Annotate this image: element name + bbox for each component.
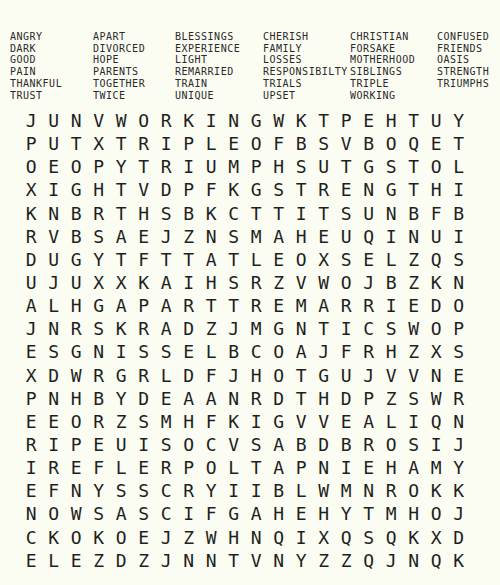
grid-cell-r4c2[interactable]: I (43, 178, 66, 201)
grid-cell-r14c11[interactable]: I (245, 410, 268, 433)
grid-cell-r17c18[interactable]: O (403, 479, 426, 502)
grid-cell-r17c2[interactable]: F (43, 479, 66, 502)
grid-cell-r1c8[interactable]: K (178, 109, 201, 132)
grid-cell-r20c6[interactable]: Z (133, 549, 156, 572)
grid-cell-r9c20[interactable]: O (448, 294, 471, 317)
grid-cell-r6c17[interactable]: I (380, 225, 403, 248)
grid-cell-r16c3[interactable]: E (65, 456, 88, 479)
grid-cell-r20c5[interactable]: D (110, 549, 133, 572)
grid-cell-r9c4[interactable]: G (88, 294, 111, 317)
grid-cell-r2c19[interactable]: E (425, 132, 448, 155)
grid-cell-r5c3[interactable]: B (65, 202, 88, 225)
grid-cell-r5c1[interactable]: K (20, 202, 43, 225)
grid-cell-r14c2[interactable]: E (43, 410, 66, 433)
grid-cell-r14c17[interactable]: L (380, 410, 403, 433)
grid-cell-r12c11[interactable]: H (245, 364, 268, 387)
grid-cell-r14c12[interactable]: G (268, 410, 291, 433)
grid-cell-r8c7[interactable]: A (155, 271, 178, 294)
grid-cell-r10c4[interactable]: S (88, 317, 111, 340)
grid-cell-r16c1[interactable]: I (20, 456, 43, 479)
grid-cell-r7c5[interactable]: T (110, 248, 133, 271)
grid-cell-r17c20[interactable]: K (448, 479, 471, 502)
grid-cell-r16c13[interactable]: P (290, 456, 313, 479)
grid-cell-r9c13[interactable]: M (290, 294, 313, 317)
grid-cell-r10c10[interactable]: J (223, 317, 246, 340)
grid-cell-r3c4[interactable]: P (88, 155, 111, 178)
grid-cell-r11c9[interactable]: L (200, 340, 223, 363)
grid-cell-r8c16[interactable]: J (358, 271, 381, 294)
grid-cell-r5c19[interactable]: F (425, 202, 448, 225)
grid-cell-r10c19[interactable]: O (425, 317, 448, 340)
grid-cell-r3c17[interactable]: S (380, 155, 403, 178)
grid-cell-r11c6[interactable]: S (133, 340, 156, 363)
grid-cell-r11c8[interactable]: E (178, 340, 201, 363)
grid-cell-r3c15[interactable]: T (335, 155, 358, 178)
grid-cell-r20c3[interactable]: E (65, 549, 88, 572)
grid-cell-r3c11[interactable]: P (245, 155, 268, 178)
grid-cell-r4c5[interactable]: T (110, 178, 133, 201)
grid-cell-r15c1[interactable]: R (20, 433, 43, 456)
grid-cell-r19c3[interactable]: O (65, 526, 88, 549)
grid-cell-r5c4[interactable]: R (88, 202, 111, 225)
grid-cell-r3c9[interactable]: U (200, 155, 223, 178)
grid-cell-r14c16[interactable]: A (358, 410, 381, 433)
grid-cell-r13c16[interactable]: P (358, 387, 381, 410)
grid-cell-r17c5[interactable]: S (110, 479, 133, 502)
grid-cell-r18c10[interactable]: G (223, 502, 246, 525)
grid-cell-r17c10[interactable]: I (223, 479, 246, 502)
grid-cell-r18c12[interactable]: H (268, 502, 291, 525)
grid-cell-r17c11[interactable]: I (245, 479, 268, 502)
grid-cell-r16c17[interactable]: H (380, 456, 403, 479)
grid-cell-r4c14[interactable]: R (313, 178, 336, 201)
grid-cell-r1c13[interactable]: K (290, 109, 313, 132)
grid-cell-r9c15[interactable]: R (335, 294, 358, 317)
grid-cell-r17c15[interactable]: M (335, 479, 358, 502)
grid-cell-r15c15[interactable]: B (335, 433, 358, 456)
grid-cell-r19c13[interactable]: I (290, 526, 313, 549)
grid-cell-r8c17[interactable]: B (380, 271, 403, 294)
grid-cell-r3c18[interactable]: T (403, 155, 426, 178)
grid-cell-r2c6[interactable]: R (133, 132, 156, 155)
grid-cell-r15c19[interactable]: I (425, 433, 448, 456)
grid-cell-r13c7[interactable]: E (155, 387, 178, 410)
grid-cell-r9c19[interactable]: D (425, 294, 448, 317)
grid-cell-r18c8[interactable]: I (178, 502, 201, 525)
grid-cell-r19c10[interactable]: H (223, 526, 246, 549)
grid-cell-r14c1[interactable]: E (20, 410, 43, 433)
grid-cell-r7c20[interactable]: S (448, 248, 471, 271)
grid-cell-r17c1[interactable]: E (20, 479, 43, 502)
grid-cell-r17c8[interactable]: R (178, 479, 201, 502)
grid-cell-r13c13[interactable]: T (290, 387, 313, 410)
grid-cell-r8c12[interactable]: Z (268, 271, 291, 294)
grid-cell-r18c3[interactable]: W (65, 502, 88, 525)
grid-cell-r6c4[interactable]: S (88, 225, 111, 248)
grid-cell-r11c14[interactable]: J (313, 340, 336, 363)
grid-cell-r2c18[interactable]: Q (403, 132, 426, 155)
grid-cell-r18c13[interactable]: E (290, 502, 313, 525)
grid-cell-r11c4[interactable]: N (88, 340, 111, 363)
grid-cell-r5c8[interactable]: B (178, 202, 201, 225)
grid-cell-r10c20[interactable]: P (448, 317, 471, 340)
grid-cell-r18c2[interactable]: O (43, 502, 66, 525)
grid-cell-r13c14[interactable]: H (313, 387, 336, 410)
grid-cell-r12c6[interactable]: R (133, 364, 156, 387)
grid-cell-r14c19[interactable]: Q (425, 410, 448, 433)
grid-cell-r11c3[interactable]: G (65, 340, 88, 363)
grid-cell-r2c4[interactable]: X (88, 132, 111, 155)
grid-cell-r12c17[interactable]: V (380, 364, 403, 387)
grid-cell-r9c16[interactable]: R (358, 294, 381, 317)
grid-cell-r16c15[interactable]: I (335, 456, 358, 479)
grid-cell-r14c3[interactable]: O (65, 410, 88, 433)
grid-cell-r6c8[interactable]: Z (178, 225, 201, 248)
grid-cell-r20c18[interactable]: N (403, 549, 426, 572)
grid-cell-r6c16[interactable]: Q (358, 225, 381, 248)
grid-cell-r5c20[interactable]: B (448, 202, 471, 225)
grid-cell-r4c11[interactable]: G (245, 178, 268, 201)
grid-cell-r2c8[interactable]: P (178, 132, 201, 155)
grid-cell-r3c14[interactable]: U (313, 155, 336, 178)
grid-cell-r6c7[interactable]: J (155, 225, 178, 248)
grid-cell-r7c19[interactable]: Q (425, 248, 448, 271)
grid-cell-r15c9[interactable]: C (200, 433, 223, 456)
grid-cell-r17c9[interactable]: Y (200, 479, 223, 502)
grid-cell-r18c11[interactable]: A (245, 502, 268, 525)
grid-cell-r15c10[interactable]: V (223, 433, 246, 456)
grid-cell-r20c12[interactable]: N (268, 549, 291, 572)
grid-cell-r1c17[interactable]: H (380, 109, 403, 132)
grid-cell-r20c1[interactable]: E (20, 549, 43, 572)
grid-cell-r5c5[interactable]: T (110, 202, 133, 225)
grid-cell-r3c2[interactable]: E (43, 155, 66, 178)
grid-cell-r4c3[interactable]: G (65, 178, 88, 201)
grid-cell-r17c6[interactable]: S (133, 479, 156, 502)
grid-cell-r1c10[interactable]: N (223, 109, 246, 132)
grid-cell-r6c12[interactable]: A (268, 225, 291, 248)
grid-cell-r20c2[interactable]: L (43, 549, 66, 572)
grid-cell-r7c15[interactable]: S (335, 248, 358, 271)
grid-cell-r16c5[interactable]: L (110, 456, 133, 479)
grid-cell-r16c8[interactable]: P (178, 456, 201, 479)
grid-cell-r11c10[interactable]: B (223, 340, 246, 363)
grid-cell-r4c10[interactable]: K (223, 178, 246, 201)
grid-cell-r2c1[interactable]: P (20, 132, 43, 155)
grid-cell-r18c20[interactable]: J (448, 502, 471, 525)
grid-cell-r20c14[interactable]: Z (313, 549, 336, 572)
grid-cell-r20c13[interactable]: Y (290, 549, 313, 572)
grid-cell-r14c18[interactable]: I (403, 410, 426, 433)
grid-cell-r20c17[interactable]: J (380, 549, 403, 572)
grid-cell-r5c17[interactable]: N (380, 202, 403, 225)
grid-cell-r19c17[interactable]: Q (380, 526, 403, 549)
grid-cell-r13c19[interactable]: W (425, 387, 448, 410)
grid-cell-r4c17[interactable]: G (380, 178, 403, 201)
grid-cell-r7c18[interactable]: Z (403, 248, 426, 271)
grid-cell-r9c14[interactable]: A (313, 294, 336, 317)
grid-cell-r1c12[interactable]: W (268, 109, 291, 132)
grid-cell-r15c11[interactable]: S (245, 433, 268, 456)
grid-cell-r13c6[interactable]: D (133, 387, 156, 410)
grid-cell-r15c5[interactable]: U (110, 433, 133, 456)
grid-cell-r8c4[interactable]: X (88, 271, 111, 294)
grid-cell-r16c18[interactable]: A (403, 456, 426, 479)
grid-cell-r19c18[interactable]: K (403, 526, 426, 549)
grid-cell-r13c2[interactable]: N (43, 387, 66, 410)
grid-cell-r5c14[interactable]: T (313, 202, 336, 225)
grid-cell-r12c3[interactable]: W (65, 364, 88, 387)
grid-cell-r20c20[interactable]: K (448, 549, 471, 572)
grid-cell-r9c17[interactable]: I (380, 294, 403, 317)
grid-cell-r17c17[interactable]: R (380, 479, 403, 502)
grid-cell-r15c7[interactable]: S (155, 433, 178, 456)
grid-cell-r1c3[interactable]: N (65, 109, 88, 132)
grid-cell-r12c2[interactable]: D (43, 364, 66, 387)
grid-cell-r7c11[interactable]: L (245, 248, 268, 271)
grid-cell-r14c5[interactable]: Z (110, 410, 133, 433)
grid-cell-r8c11[interactable]: R (245, 271, 268, 294)
grid-cell-r5c18[interactable]: B (403, 202, 426, 225)
grid-cell-r6c6[interactable]: E (133, 225, 156, 248)
grid-cell-r11c13[interactable]: A (290, 340, 313, 363)
grid-cell-r4c15[interactable]: E (335, 178, 358, 201)
grid-cell-r13c10[interactable]: N (223, 387, 246, 410)
grid-cell-r11c11[interactable]: C (245, 340, 268, 363)
grid-cell-r2c20[interactable]: T (448, 132, 471, 155)
grid-cell-r10c7[interactable]: A (155, 317, 178, 340)
grid-cell-r19c20[interactable]: D (448, 526, 471, 549)
grid-cell-r15c14[interactable]: D (313, 433, 336, 456)
grid-cell-r16c6[interactable]: E (133, 456, 156, 479)
grid-cell-r11c18[interactable]: Z (403, 340, 426, 363)
grid-cell-r5c7[interactable]: S (155, 202, 178, 225)
grid-cell-r6c18[interactable]: N (403, 225, 426, 248)
grid-cell-r18c5[interactable]: A (110, 502, 133, 525)
grid-cell-r12c19[interactable]: N (425, 364, 448, 387)
grid-cell-r19c1[interactable]: C (20, 526, 43, 549)
grid-cell-r2c2[interactable]: U (43, 132, 66, 155)
grid-cell-r10c17[interactable]: S (380, 317, 403, 340)
grid-cell-r3c6[interactable]: T (133, 155, 156, 178)
grid-cell-r3c16[interactable]: G (358, 155, 381, 178)
grid-cell-r12c7[interactable]: L (155, 364, 178, 387)
grid-cell-r10c15[interactable]: I (335, 317, 358, 340)
grid-cell-r13c15[interactable]: D (335, 387, 358, 410)
grid-cell-r10c12[interactable]: G (268, 317, 291, 340)
grid-cell-r18c6[interactable]: S (133, 502, 156, 525)
grid-cell-r8c9[interactable]: H (200, 271, 223, 294)
grid-cell-r7c4[interactable]: Y (88, 248, 111, 271)
grid-cell-r19c16[interactable]: S (358, 526, 381, 549)
grid-cell-r9c12[interactable]: E (268, 294, 291, 317)
grid-cell-r3c20[interactable]: L (448, 155, 471, 178)
grid-cell-r15c16[interactable]: R (358, 433, 381, 456)
grid-cell-r15c13[interactable]: B (290, 433, 313, 456)
grid-cell-r14c9[interactable]: F (200, 410, 223, 433)
grid-cell-r7c2[interactable]: U (43, 248, 66, 271)
grid-cell-r15c2[interactable]: I (43, 433, 66, 456)
grid-cell-r1c7[interactable]: R (155, 109, 178, 132)
grid-cell-r13c18[interactable]: S (403, 387, 426, 410)
grid-cell-r14c14[interactable]: V (313, 410, 336, 433)
grid-cell-r14c15[interactable]: E (335, 410, 358, 433)
grid-cell-r16c20[interactable]: Y (448, 456, 471, 479)
grid-cell-r3c13[interactable]: S (290, 155, 313, 178)
grid-cell-r20c7[interactable]: J (155, 549, 178, 572)
grid-cell-r12c18[interactable]: V (403, 364, 426, 387)
grid-cell-r6c15[interactable]: U (335, 225, 358, 248)
grid-cell-r12c4[interactable]: R (88, 364, 111, 387)
grid-cell-r16c2[interactable]: R (43, 456, 66, 479)
grid-cell-r17c13[interactable]: L (290, 479, 313, 502)
grid-cell-r9c8[interactable]: R (178, 294, 201, 317)
grid-cell-r11c17[interactable]: H (380, 340, 403, 363)
grid-cell-r17c3[interactable]: N (65, 479, 88, 502)
grid-cell-r11c16[interactable]: R (358, 340, 381, 363)
grid-cell-r13c11[interactable]: R (245, 387, 268, 410)
grid-cell-r20c15[interactable]: Z (335, 549, 358, 572)
grid-cell-r2c13[interactable]: B (290, 132, 313, 155)
grid-cell-r10c16[interactable]: C (358, 317, 381, 340)
grid-cell-r9c18[interactable]: E (403, 294, 426, 317)
grid-cell-r7c7[interactable]: T (155, 248, 178, 271)
grid-cell-r15c8[interactable]: O (178, 433, 201, 456)
grid-cell-r9c10[interactable]: T (223, 294, 246, 317)
grid-cell-r5c10[interactable]: C (223, 202, 246, 225)
grid-cell-r5c6[interactable]: H (133, 202, 156, 225)
grid-cell-r19c8[interactable]: Z (178, 526, 201, 549)
grid-cell-r12c1[interactable]: X (20, 364, 43, 387)
grid-cell-r4c9[interactable]: F (200, 178, 223, 201)
grid-cell-r13c3[interactable]: H (65, 387, 88, 410)
grid-cell-r6c20[interactable]: I (448, 225, 471, 248)
grid-cell-r12c15[interactable]: U (335, 364, 358, 387)
grid-cell-r8c5[interactable]: X (110, 271, 133, 294)
grid-cell-r4c13[interactable]: T (290, 178, 313, 201)
grid-cell-r6c19[interactable]: U (425, 225, 448, 248)
grid-cell-r12c20[interactable]: E (448, 364, 471, 387)
grid-cell-r17c7[interactable]: C (155, 479, 178, 502)
grid-cell-r1c4[interactable]: V (88, 109, 111, 132)
grid-cell-r14c10[interactable]: K (223, 410, 246, 433)
grid-cell-r16c16[interactable]: E (358, 456, 381, 479)
grid-cell-r7c3[interactable]: G (65, 248, 88, 271)
grid-cell-r20c19[interactable]: Q (425, 549, 448, 572)
grid-cell-r7c14[interactable]: X (313, 248, 336, 271)
grid-cell-r6c14[interactable]: E (313, 225, 336, 248)
grid-cell-r20c16[interactable]: Q (358, 549, 381, 572)
grid-cell-r10c1[interactable]: J (20, 317, 43, 340)
grid-cell-r16c10[interactable]: L (223, 456, 246, 479)
grid-cell-r19c4[interactable]: K (88, 526, 111, 549)
grid-cell-r9c2[interactable]: L (43, 294, 66, 317)
grid-cell-r3c19[interactable]: O (425, 155, 448, 178)
grid-cell-r4c4[interactable]: H (88, 178, 111, 201)
grid-cell-r12c9[interactable]: F (200, 364, 223, 387)
grid-cell-r1c6[interactable]: O (133, 109, 156, 132)
grid-cell-r11c7[interactable]: S (155, 340, 178, 363)
grid-cell-r10c6[interactable]: R (133, 317, 156, 340)
grid-cell-r19c12[interactable]: Q (268, 526, 291, 549)
grid-cell-r16c11[interactable]: T (245, 456, 268, 479)
grid-cell-r1c1[interactable]: J (20, 109, 43, 132)
grid-cell-r18c15[interactable]: Y (335, 502, 358, 525)
grid-cell-r12c16[interactable]: J (358, 364, 381, 387)
grid-cell-r15c3[interactable]: P (65, 433, 88, 456)
grid-cell-r9c6[interactable]: P (133, 294, 156, 317)
grid-cell-r10c2[interactable]: N (43, 317, 66, 340)
grid-cell-r8c18[interactable]: Z (403, 271, 426, 294)
grid-cell-r6c13[interactable]: H (290, 225, 313, 248)
grid-cell-r18c17[interactable]: M (380, 502, 403, 525)
grid-cell-r3c10[interactable]: M (223, 155, 246, 178)
grid-cell-r4c19[interactable]: H (425, 178, 448, 201)
grid-cell-r3c1[interactable]: O (20, 155, 43, 178)
grid-cell-r15c18[interactable]: S (403, 433, 426, 456)
grid-cell-r4c18[interactable]: T (403, 178, 426, 201)
grid-cell-r18c7[interactable]: C (155, 502, 178, 525)
grid-cell-r16c7[interactable]: R (155, 456, 178, 479)
grid-cell-r7c16[interactable]: E (358, 248, 381, 271)
grid-cell-r10c13[interactable]: N (290, 317, 313, 340)
grid-cell-r15c6[interactable]: I (133, 433, 156, 456)
grid-cell-r10c3[interactable]: R (65, 317, 88, 340)
grid-cell-r8c14[interactable]: W (313, 271, 336, 294)
grid-cell-r19c2[interactable]: K (43, 526, 66, 549)
grid-cell-r1c19[interactable]: U (425, 109, 448, 132)
grid-cell-r6c5[interactable]: A (110, 225, 133, 248)
grid-cell-r20c10[interactable]: T (223, 549, 246, 572)
grid-cell-r17c14[interactable]: W (313, 479, 336, 502)
grid-cell-r7c6[interactable]: F (133, 248, 156, 271)
grid-cell-r2c3[interactable]: T (65, 132, 88, 155)
grid-cell-r19c5[interactable]: O (110, 526, 133, 549)
grid-cell-r10c9[interactable]: Z (200, 317, 223, 340)
grid-cell-r6c10[interactable]: S (223, 225, 246, 248)
grid-cell-r5c11[interactable]: T (245, 202, 268, 225)
grid-cell-r14c6[interactable]: S (133, 410, 156, 433)
grid-cell-r5c9[interactable]: K (200, 202, 223, 225)
grid-cell-r16c9[interactable]: O (200, 456, 223, 479)
grid-cell-r3c3[interactable]: O (65, 155, 88, 178)
grid-cell-r4c7[interactable]: D (155, 178, 178, 201)
grid-cell-r11c5[interactable]: I (110, 340, 133, 363)
grid-cell-r19c14[interactable]: X (313, 526, 336, 549)
grid-cell-r8c20[interactable]: N (448, 271, 471, 294)
grid-cell-r2c5[interactable]: T (110, 132, 133, 155)
grid-cell-r11c1[interactable]: E (20, 340, 43, 363)
grid-cell-r3c7[interactable]: R (155, 155, 178, 178)
grid-cell-r4c20[interactable]: I (448, 178, 471, 201)
grid-cell-r8c15[interactable]: O (335, 271, 358, 294)
grid-cell-r9c9[interactable]: T (200, 294, 223, 317)
grid-cell-r1c20[interactable]: Y (448, 109, 471, 132)
grid-cell-r2c9[interactable]: L (200, 132, 223, 155)
grid-cell-r13c17[interactable]: Z (380, 387, 403, 410)
grid-cell-r2c16[interactable]: B (358, 132, 381, 155)
grid-cell-r7c17[interactable]: L (380, 248, 403, 271)
grid-cell-r12c13[interactable]: T (290, 364, 313, 387)
grid-cell-r1c15[interactable]: P (335, 109, 358, 132)
grid-cell-r3c12[interactable]: H (268, 155, 291, 178)
grid-cell-r19c15[interactable]: Q (335, 526, 358, 549)
grid-cell-r17c4[interactable]: Y (88, 479, 111, 502)
grid-cell-r18c18[interactable]: H (403, 502, 426, 525)
grid-cell-r12c5[interactable]: G (110, 364, 133, 387)
grid-cell-r20c4[interactable]: Z (88, 549, 111, 572)
grid-cell-r3c8[interactable]: I (178, 155, 201, 178)
